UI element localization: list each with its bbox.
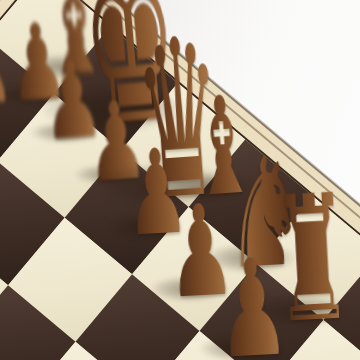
- chessboard-photo: ♟♝♟♟♚♟♛♝♟♞♟♜♟: [0, 0, 360, 360]
- piece-pawn: ♟: [213, 240, 292, 360]
